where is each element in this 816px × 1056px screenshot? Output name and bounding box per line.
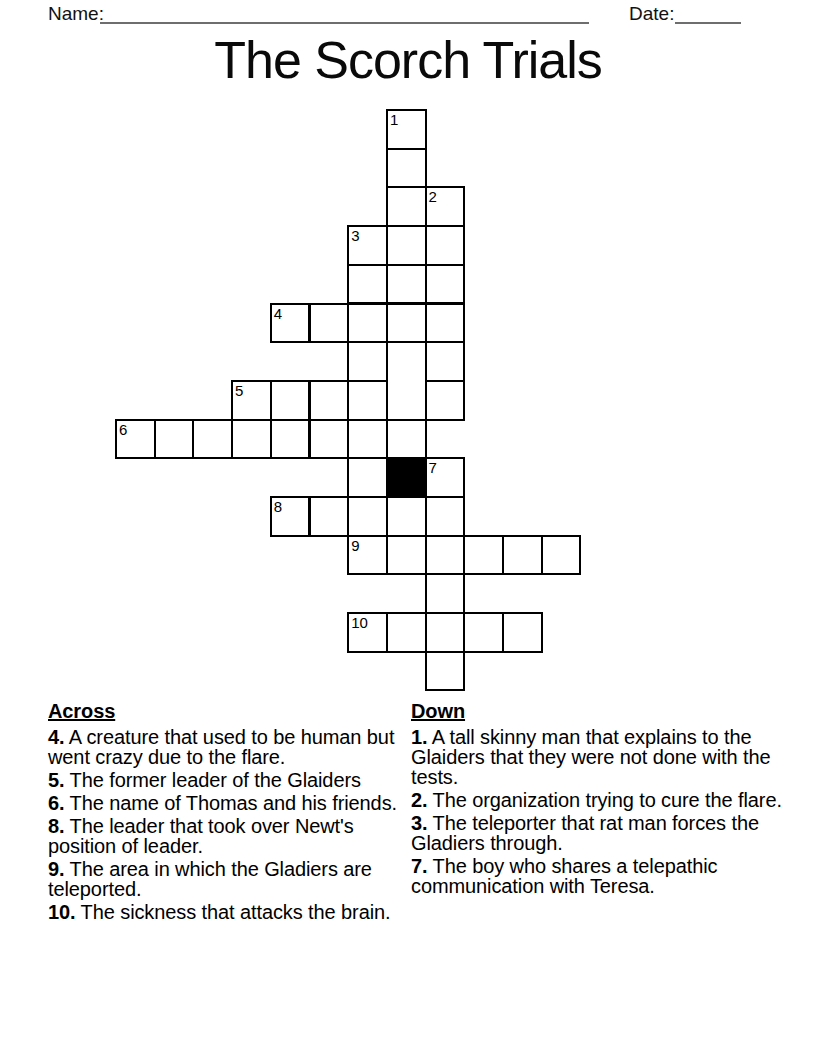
down-clue-list: 1. A tall skinny man that explains to th… <box>411 727 783 896</box>
clue-down-1-text: A tall skinny man that explains to the G… <box>411 726 770 788</box>
clue-across-10-text: The sickness that attacks the brain. <box>76 901 391 923</box>
grid-cell-r5c4[interactable]: 4 <box>270 303 311 344</box>
grid-cell-r8c6[interactable] <box>347 419 388 460</box>
clue-number-8: 8 <box>274 498 282 515</box>
grid-cell-r4c8[interactable] <box>425 264 466 305</box>
grid-cell-r4c7[interactable] <box>386 264 427 305</box>
clue-down-2-text: The organization trying to cure the flar… <box>427 789 781 811</box>
grid-cell-r10c6[interactable] <box>347 496 388 537</box>
grid-cell-r8c5[interactable] <box>309 419 350 460</box>
clue-down-3: 3. The teleporter that rat man forces th… <box>411 813 783 853</box>
grid-cell-r8c0[interactable]: 6 <box>115 419 156 460</box>
grid-cell-r7c5[interactable] <box>309 380 350 421</box>
grid-cell-r14c8[interactable] <box>425 651 466 692</box>
date-label: Date: <box>629 3 674 25</box>
grid-cell-r11c7[interactable] <box>386 535 427 576</box>
grid-cell-r3c8[interactable] <box>425 225 466 266</box>
blocked-cell-r9c7 <box>386 457 427 498</box>
grid-cell-r5c8[interactable] <box>425 303 466 344</box>
clue-number-1: 1 <box>390 111 398 128</box>
across-clues-column: Across 4. A creature that used to be hum… <box>48 701 400 925</box>
grid-cell-r9c8[interactable]: 7 <box>425 457 466 498</box>
grid-cell-r3c7[interactable] <box>386 225 427 266</box>
grid-cell-r5c7[interactable] <box>386 303 427 344</box>
clue-across-9-number: 9. <box>48 858 64 880</box>
clue-across-8-number: 8. <box>48 815 64 837</box>
clue-number-5: 5 <box>235 382 243 399</box>
worksheet-page: Name: Date: The Scorch Trials 1234567891… <box>0 0 816 1056</box>
grid-cell-r7c3[interactable]: 5 <box>231 380 272 421</box>
clue-across-9: 9. The area in which the Gladiers are te… <box>48 859 400 899</box>
clue-number-2: 2 <box>429 188 437 205</box>
clue-down-3-text: The teleporter that rat man forces the G… <box>411 812 759 854</box>
grid-cell-r11c10[interactable] <box>502 535 543 576</box>
clue-across-4: 4. A creature that used to be human but … <box>48 727 400 767</box>
grid-cell-r3c6[interactable]: 3 <box>347 225 388 266</box>
grid-cell-r6c8[interactable] <box>425 341 466 382</box>
grid-cell-r10c7[interactable] <box>386 496 427 537</box>
name-date-bar: Name: Date: <box>0 0 816 30</box>
clue-across-6-number: 6. <box>48 792 64 814</box>
grid-cell-r1c7[interactable] <box>386 148 427 189</box>
clue-across-5: 5. The former leader of the Glaiders <box>48 770 400 790</box>
clue-number-9: 9 <box>351 537 359 554</box>
grid-cell-r13c8[interactable] <box>425 612 466 653</box>
puzzle-title: The Scorch Trials <box>0 30 816 90</box>
grid-cell-r13c9[interactable] <box>463 612 504 653</box>
across-clue-list: 4. A creature that used to be human but … <box>48 727 400 922</box>
grid-cell-r5c6[interactable] <box>347 303 388 344</box>
clue-across-5-number: 5. <box>48 769 64 791</box>
clue-across-4-text: A creature that used to be human but wen… <box>48 726 394 768</box>
clue-across-8: 8. The leader that took over Newt's posi… <box>48 816 400 856</box>
grid-cell-r9c6[interactable] <box>347 457 388 498</box>
date-blank-line[interactable] <box>675 22 741 24</box>
clue-down-3-number: 3. <box>411 812 427 834</box>
grid-cell-r13c6[interactable]: 10 <box>347 612 388 653</box>
clue-across-10-number: 10. <box>48 901 76 923</box>
clue-across-6: 6. The name of Thomas and his friends. <box>48 793 400 813</box>
grid-cell-r8c3[interactable] <box>231 419 272 460</box>
clue-number-10: 10 <box>351 614 368 631</box>
across-header: Across <box>48 701 400 721</box>
clue-across-4-number: 4. <box>48 726 64 748</box>
down-clues-column: Down 1. A tall skinny man that explains … <box>411 701 783 899</box>
grid-cell-r11c9[interactable] <box>463 535 504 576</box>
grid-cell-r11c11[interactable] <box>541 535 582 576</box>
grid-cell-r0c7[interactable]: 1 <box>386 109 427 150</box>
grid-cell-r5c5[interactable] <box>309 303 350 344</box>
down-header: Down <box>411 701 783 721</box>
name-label: Name: <box>48 3 104 25</box>
clue-down-2: 2. The organization trying to cure the f… <box>411 790 783 810</box>
grid-cell-r8c7[interactable] <box>386 419 427 460</box>
clue-across-9-text: The area in which the Gladiers are telep… <box>48 858 372 900</box>
clue-number-3: 3 <box>351 227 359 244</box>
grid-cell-r4c6[interactable] <box>347 264 388 305</box>
grid-cell-r10c5[interactable] <box>309 496 350 537</box>
grid-cell-r7c6[interactable] <box>347 380 388 421</box>
clue-across-6-text: The name of Thomas and his friends. <box>64 792 397 814</box>
grid-cell-r2c7[interactable] <box>386 186 427 227</box>
grid-cell-r13c10[interactable] <box>502 612 543 653</box>
clue-down-7-number: 7. <box>411 855 427 877</box>
clue-number-7: 7 <box>429 459 437 476</box>
clue-number-6: 6 <box>119 421 127 438</box>
grid-cell-r2c8[interactable]: 2 <box>425 186 466 227</box>
clue-down-1: 1. A tall skinny man that explains to th… <box>411 727 783 787</box>
grid-cell-r7c4[interactable] <box>270 380 311 421</box>
grid-cell-r10c4[interactable]: 8 <box>270 496 311 537</box>
grid-cell-r7c8[interactable] <box>425 380 466 421</box>
name-blank-line[interactable] <box>100 22 589 24</box>
crossword-grid: 12345678910 <box>116 110 582 692</box>
grid-cell-r11c6[interactable]: 9 <box>347 535 388 576</box>
clue-down-2-number: 2. <box>411 789 427 811</box>
grid-cell-r6c6[interactable] <box>347 341 388 382</box>
grid-cell-r8c2[interactable] <box>192 419 233 460</box>
grid-cell-r11c8[interactable] <box>425 535 466 576</box>
clue-down-1-number: 1. <box>411 726 427 748</box>
clue-number-4: 4 <box>274 305 282 322</box>
grid-cell-r8c4[interactable] <box>270 419 311 460</box>
grid-cell-r10c8[interactable] <box>425 496 466 537</box>
clue-down-7: 7. The boy who shares a telepathic commu… <box>411 856 783 896</box>
clue-down-7-text: The boy who shares a telepathic communic… <box>411 855 717 897</box>
grid-cell-r13c7[interactable] <box>386 612 427 653</box>
clue-across-10: 10. The sickness that attacks the brain. <box>48 902 400 922</box>
clue-across-8-text: The leader that took over Newt's positio… <box>48 815 354 857</box>
clue-across-5-text: The former leader of the Glaiders <box>64 769 360 791</box>
grid-cell-r12c8[interactable] <box>425 573 466 614</box>
grid-cell-r8c1[interactable] <box>154 419 195 460</box>
